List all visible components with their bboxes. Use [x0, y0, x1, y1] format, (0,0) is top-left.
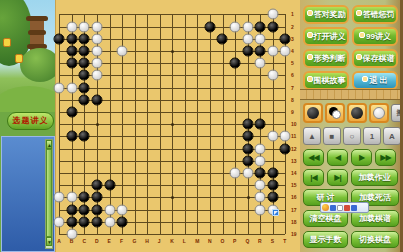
white-stone-Q14[interactable]: [242, 167, 253, 178]
lecture-list-panel[interactable]: ▲ ▼: [1, 136, 55, 252]
white-stone-F17[interactable]: [117, 204, 128, 215]
black-stone-B4[interactable]: [66, 45, 77, 56]
black-stone-Q12[interactable]: [242, 143, 253, 154]
pagoda-roof: [28, 30, 46, 35]
black-stone-C7[interactable]: [79, 82, 90, 93]
move-navigation-row2: |◀▶|加载作业: [303, 169, 398, 186]
column-label: T: [283, 238, 286, 244]
black-stone-tool-button[interactable]: [303, 103, 323, 123]
black-stone-D16[interactable]: [91, 192, 102, 203]
black-stone-Q11[interactable]: [242, 131, 253, 142]
move-navigation-row: ◀◀◀▶▶▶: [303, 149, 396, 166]
black-stone-R10[interactable]: [255, 119, 266, 130]
menu-button-icon: [356, 10, 362, 16]
nav-button-|◀[interactable]: |◀: [303, 169, 324, 186]
action-button-grid: 研 讨加载死活清空棋盘加载棋谱显示手数切换棋盘: [303, 189, 399, 248]
black-stone-B11[interactable]: [66, 131, 77, 142]
white-stone-R12[interactable]: [255, 143, 266, 154]
column-label: M: [195, 238, 199, 244]
white-stone-A16[interactable]: [54, 192, 65, 203]
marker-tool-A[interactable]: A: [383, 127, 401, 145]
column-label: A: [57, 238, 61, 244]
hoshi-point: [171, 196, 174, 199]
row-label: 7: [291, 85, 294, 91]
black-stone-C6[interactable]: [79, 70, 90, 81]
black-stone-B18[interactable]: [66, 216, 77, 227]
white-stone-D5[interactable]: [91, 58, 102, 69]
column-label: F: [120, 238, 123, 244]
black-stone-B17[interactable]: [66, 204, 77, 215]
row-label: 5: [291, 60, 294, 66]
hoshi-point: [171, 123, 174, 126]
ime-toolbar[interactable]: [320, 202, 369, 213]
menu-button-围棋故事[interactable]: 围棋故事: [303, 71, 349, 90]
black-stone-F18[interactable]: [117, 216, 128, 227]
white-stone-B16[interactable]: [66, 192, 77, 203]
white-stone-C2[interactable]: [79, 21, 90, 32]
black-stone-tool-button[interactable]: [347, 103, 367, 123]
black-stone-Q4[interactable]: [242, 45, 253, 56]
grid-line: [223, 14, 224, 234]
go-teaching-app-window: 选题讲义 ▲ ▼ ABCDEFGHJKLMNOPQRST123456789101…: [0, 0, 403, 252]
white-stone-R5[interactable]: [255, 58, 266, 69]
menu-button-形势判断[interactable]: 形势判断: [303, 49, 349, 68]
row-label: 1: [291, 11, 294, 17]
white-stone-B7[interactable]: [66, 82, 77, 93]
marker-tool-row: ▲■○1A: [303, 127, 401, 145]
row-label: 15: [291, 182, 297, 188]
white-stone-S6[interactable]: [267, 70, 278, 81]
row-label: 19: [291, 231, 297, 237]
menu-button-icon: [307, 32, 313, 38]
black-stone-C16[interactable]: [79, 192, 90, 203]
black-stone-icon: [351, 107, 363, 119]
menu-button-icon: [359, 32, 365, 38]
black-stone-Q13[interactable]: [242, 155, 253, 166]
grid-line: [235, 14, 236, 234]
pagoda-roof: [26, 16, 48, 21]
white-stone-A18[interactable]: [54, 216, 65, 227]
black-stone-E15[interactable]: [104, 180, 115, 191]
white-stone-D3[interactable]: [91, 33, 102, 44]
white-stone-E17[interactable]: [104, 204, 115, 215]
column-label: G: [133, 238, 137, 244]
black-stone-C18[interactable]: [79, 216, 90, 227]
grid-line: [185, 14, 186, 234]
ime-mode-icon[interactable]: [330, 205, 336, 211]
row-label: 2: [291, 24, 294, 30]
bush-illustration: [20, 48, 55, 82]
white-stone-tool-button[interactable]: [369, 103, 389, 123]
row-label: 4: [291, 48, 294, 54]
hoshi-point: [96, 123, 99, 126]
grid-line: [197, 14, 198, 234]
scrollbar[interactable]: ▲ ▼: [45, 139, 53, 249]
menu-button-答错惩罚[interactable]: 答错惩罚: [352, 5, 398, 24]
black-stone-D18[interactable]: [91, 216, 102, 227]
menu-button-icon: [356, 54, 362, 60]
row-label: 3: [291, 36, 294, 42]
wooden-ruler-decoration: [300, 89, 400, 100]
black-stone-R2[interactable]: [255, 21, 266, 32]
white-stone-S4[interactable]: [267, 45, 278, 56]
black-stone-C3[interactable]: [79, 33, 90, 44]
column-label: C: [82, 238, 86, 244]
column-label: N: [208, 238, 212, 244]
black-stone-C4[interactable]: [79, 45, 90, 56]
black-stone-C5[interactable]: [79, 58, 90, 69]
blue-move-marker: [272, 209, 279, 216]
row-label: 13: [291, 158, 297, 164]
menu-button-grid: 答对奖励答错惩罚打开讲义99讲义形势判断保存棋谱围棋故事退 出: [303, 5, 399, 90]
white-stone-T4[interactable]: [280, 45, 291, 56]
column-label: E: [108, 238, 111, 244]
column-label: R: [258, 238, 262, 244]
white-stone-P2[interactable]: [230, 21, 241, 32]
black-stone-P5[interactable]: [230, 58, 241, 69]
ime-keyboard-icon[interactable]: [337, 205, 343, 211]
row-label: 12: [291, 146, 297, 152]
menu-button-icon: [307, 76, 313, 82]
white-stone-F4[interactable]: [117, 45, 128, 56]
column-label: Q: [246, 238, 250, 244]
row-label: 16: [291, 194, 297, 200]
menu-button-99讲义[interactable]: 99讲义: [352, 27, 398, 46]
go-board[interactable]: ABCDEFGHJKLMNOPQRST123456789101112131415…: [55, 0, 300, 252]
grid-line: [59, 234, 285, 235]
column-label: O: [220, 238, 224, 244]
marker-tool-■[interactable]: ■: [323, 127, 341, 145]
white-stone-R15[interactable]: [255, 180, 266, 191]
row-label: 11: [291, 133, 296, 139]
black-stone-C8[interactable]: [79, 94, 90, 105]
menu-button-退出[interactable]: 退 出: [352, 71, 398, 90]
scroll-item-icon[interactable]: [15, 54, 23, 63]
hoshi-point: [171, 50, 174, 53]
black-stone-R4[interactable]: [255, 45, 266, 56]
black-stone-N2[interactable]: [204, 21, 215, 32]
white-stone-Q3[interactable]: [242, 33, 253, 44]
black-stone-C17[interactable]: [79, 204, 90, 215]
menu-button-保存棋谱[interactable]: 保存棋谱: [352, 49, 398, 68]
ime-symbol-icon[interactable]: [344, 205, 350, 211]
row-label: 17: [291, 207, 297, 213]
scroll-down-button[interactable]: ▼: [46, 237, 52, 246]
column-label: H: [145, 238, 149, 244]
black-white-stones-tool-button[interactable]: [325, 103, 345, 123]
white-stone-E18[interactable]: [104, 216, 115, 227]
scroll-up-button[interactable]: ▲: [46, 140, 52, 149]
white-stone-D2[interactable]: [91, 21, 102, 32]
grass-illustration: [0, 86, 55, 112]
black-stone-T12[interactable]: [280, 143, 291, 154]
white-stone-S1[interactable]: [267, 9, 278, 20]
black-white-stones-icon: [329, 107, 341, 119]
row-label: 10: [291, 121, 297, 127]
black-stone-B3[interactable]: [66, 33, 77, 44]
column-label: P: [233, 238, 236, 244]
nav-button-▶▶[interactable]: ▶▶: [375, 149, 396, 166]
column-label: J: [158, 238, 161, 244]
white-stone-D4[interactable]: [91, 45, 102, 56]
marker-tool-1[interactable]: 1: [363, 127, 381, 145]
column-label: D: [95, 238, 99, 244]
nav-button-▶|[interactable]: ▶|: [327, 169, 348, 186]
ime-language-icon[interactable]: [322, 204, 329, 211]
stone-tool-row: 擦: [303, 103, 403, 123]
black-stone-O3[interactable]: [217, 33, 228, 44]
marker-tool-▲[interactable]: ▲: [303, 127, 321, 145]
menu-button-答对奖励[interactable]: 答对奖励: [303, 5, 349, 24]
ime-settings-icon[interactable]: [351, 205, 357, 211]
black-stone-D17[interactable]: [91, 204, 102, 215]
column-label: L: [183, 238, 186, 244]
white-stone-D6[interactable]: [91, 70, 102, 81]
black-stone-B9[interactable]: [66, 106, 77, 117]
black-stone-T3[interactable]: [280, 33, 291, 44]
white-stone-R16[interactable]: [255, 192, 266, 203]
white-stone-R17[interactable]: [255, 204, 266, 215]
grid-line: [210, 14, 211, 234]
sidebar: 选题讲义 ▲ ▼: [0, 0, 55, 252]
row-label: 14: [291, 170, 297, 176]
load-homework-button[interactable]: 加载作业: [351, 169, 398, 186]
white-stone-T11[interactable]: [280, 131, 291, 142]
white-stone-icon: [373, 107, 385, 119]
white-stone-R3[interactable]: [255, 33, 266, 44]
black-stone-D8[interactable]: [91, 94, 102, 105]
black-stone-S2[interactable]: [267, 21, 278, 32]
white-stone-Q2[interactable]: [242, 21, 253, 32]
erase-tool-button[interactable]: 擦: [391, 104, 403, 122]
white-stone-P14[interactable]: [230, 167, 241, 178]
action-button-切换棋盘[interactable]: 切换棋盘: [351, 231, 399, 248]
column-label: K: [170, 238, 174, 244]
column-label: S: [271, 238, 274, 244]
white-stone-S11[interactable]: [267, 131, 278, 142]
nav-button-▶[interactable]: ▶: [351, 149, 372, 166]
black-stone-C11[interactable]: [79, 131, 90, 142]
cartoon-scene: [0, 0, 55, 112]
menu-button-打开讲义[interactable]: 打开讲义: [303, 27, 349, 46]
select-lecture-button[interactable]: 选题讲义: [7, 112, 54, 130]
scroll-thumb[interactable]: [46, 149, 52, 237]
row-label: 9: [291, 109, 294, 115]
action-button-显示手数[interactable]: 显示手数: [303, 231, 348, 248]
control-panel: 答对奖励答错惩罚打开讲义99讲义形势判断保存棋谱围棋故事退 出 擦 ▲■○1A …: [300, 0, 400, 252]
white-stone-R13[interactable]: [255, 155, 266, 166]
row-label: 8: [291, 97, 294, 103]
hoshi-point: [247, 196, 250, 199]
marker-tool-○[interactable]: ○: [343, 127, 361, 145]
black-stone-S16[interactable]: [267, 192, 278, 203]
black-stone-icon: [307, 107, 319, 119]
black-stone-B5[interactable]: [66, 58, 77, 69]
menu-button-icon: [307, 10, 313, 16]
black-stone-R14[interactable]: [255, 167, 266, 178]
row-label: 6: [291, 72, 294, 78]
nav-button-◀[interactable]: ◀: [327, 149, 348, 166]
black-stone-Q10[interactable]: [242, 119, 253, 130]
black-stone-A3[interactable]: [54, 33, 65, 44]
menu-button-icon: [307, 54, 313, 60]
nav-button-◀◀[interactable]: ◀◀: [303, 149, 324, 166]
scroll-item-icon[interactable]: [3, 38, 11, 47]
black-stone-S14[interactable]: [267, 167, 278, 178]
white-stone-A7[interactable]: [54, 82, 65, 93]
row-label: 18: [291, 219, 297, 225]
white-stone-B2[interactable]: [66, 21, 77, 32]
black-stone-D15[interactable]: [91, 180, 102, 191]
white-stone-B19[interactable]: [66, 228, 77, 239]
black-stone-S15[interactable]: [267, 180, 278, 191]
menu-button-icon: [362, 76, 368, 82]
